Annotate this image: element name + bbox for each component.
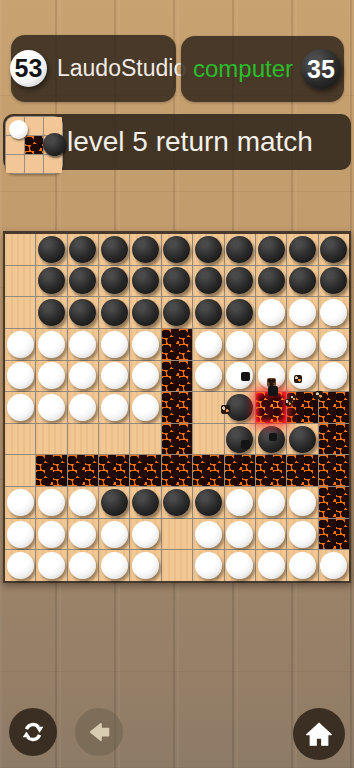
board-cell <box>68 234 98 265</box>
board-cell <box>225 424 255 455</box>
board-cell <box>130 519 160 550</box>
board-cell <box>130 550 160 581</box>
black-disc <box>226 236 253 263</box>
black-disc <box>195 236 222 263</box>
board-cell <box>256 297 286 328</box>
board-cell <box>256 519 286 550</box>
board-cell[interactable] <box>162 550 192 581</box>
board-cell <box>68 550 98 581</box>
board-cell <box>68 329 98 360</box>
lava-cell <box>68 455 98 486</box>
white-disc <box>320 362 347 389</box>
black-disc <box>101 299 128 326</box>
board-cell <box>225 361 255 392</box>
white-disc <box>258 489 285 516</box>
white-player-panel: 53 LaudoStudio <box>11 35 176 102</box>
white-disc <box>320 552 347 579</box>
debris-black-square-icon <box>241 372 250 381</box>
lava-cell <box>256 392 286 423</box>
lava-cell <box>162 455 192 486</box>
lava-cell <box>162 361 192 392</box>
board-cell <box>130 392 160 423</box>
white-disc <box>7 394 34 421</box>
mini-white-disc <box>9 120 28 139</box>
mini-black-disc <box>43 133 66 156</box>
mini-cell <box>6 136 24 154</box>
debris-dot-square-icon <box>290 395 296 401</box>
sync-arrows-icon <box>18 717 48 747</box>
white-disc <box>258 299 285 326</box>
white-score: 53 <box>15 54 43 83</box>
lava-cell <box>162 424 192 455</box>
black-disc <box>195 299 222 326</box>
home-button[interactable] <box>293 708 345 760</box>
white-disc <box>101 362 128 389</box>
black-disc <box>132 299 159 326</box>
lava-cell <box>99 455 129 486</box>
white-disc <box>7 331 34 358</box>
lava-cell <box>319 455 349 486</box>
board-cell <box>225 297 255 328</box>
board-cell <box>5 361 35 392</box>
white-disc <box>69 394 96 421</box>
debris-black-square-icon <box>269 433 277 441</box>
mini-lava-cell <box>25 136 43 154</box>
lava-cell <box>319 424 349 455</box>
board-cell <box>256 266 286 297</box>
mini-cell <box>25 155 43 173</box>
board-cell <box>225 519 255 550</box>
white-disc <box>38 331 65 358</box>
white-disc <box>195 331 222 358</box>
black-disc <box>258 236 285 263</box>
board-cell <box>193 234 223 265</box>
board-cell <box>99 487 129 518</box>
lava-cell <box>319 519 349 550</box>
board-cell[interactable] <box>162 519 192 550</box>
black-disc <box>101 267 128 294</box>
white-disc <box>38 552 65 579</box>
board-cell <box>193 297 223 328</box>
black-disc <box>195 489 222 516</box>
board-cell <box>68 297 98 328</box>
board-cell <box>256 234 286 265</box>
board-cell <box>287 329 317 360</box>
white-disc <box>258 331 285 358</box>
lava-cell <box>225 455 255 486</box>
board-cell <box>193 266 223 297</box>
debris-dot-square-icon <box>315 391 323 399</box>
board-cell <box>287 550 317 581</box>
board-cell <box>225 487 255 518</box>
board-cell <box>68 361 98 392</box>
black-disc <box>69 236 96 263</box>
white-disc <box>289 331 316 358</box>
board-cell <box>130 266 160 297</box>
board-cell <box>256 550 286 581</box>
board-cell <box>256 487 286 518</box>
board-cell <box>319 234 349 265</box>
white-player-name: LaudoStudio <box>57 55 186 82</box>
board-cell[interactable] <box>36 424 66 455</box>
black-disc <box>163 299 190 326</box>
board-cell <box>287 487 317 518</box>
black-disc <box>132 236 159 263</box>
black-disc <box>163 236 190 263</box>
board-cell <box>287 234 317 265</box>
game-board <box>3 231 351 583</box>
black-disc <box>226 394 253 421</box>
white-disc <box>7 521 34 548</box>
lava-cell <box>36 455 66 486</box>
mini-board-icon <box>5 116 63 174</box>
black-score: 35 <box>307 55 335 84</box>
white-disc <box>38 394 65 421</box>
board-cell[interactable] <box>68 424 98 455</box>
mini-cell <box>44 155 62 173</box>
lava-cell <box>130 455 160 486</box>
white-disc <box>132 552 159 579</box>
white-disc <box>132 521 159 548</box>
level-banner: level 5 return match <box>3 114 351 170</box>
board-cell[interactable] <box>99 424 129 455</box>
black-player-name: computer <box>193 55 293 83</box>
black-disc <box>38 299 65 326</box>
board-cell <box>36 234 66 265</box>
white-disc <box>258 521 285 548</box>
black-disc <box>69 267 96 294</box>
white-disc <box>132 394 159 421</box>
white-disc <box>69 489 96 516</box>
arrow-left-icon <box>84 717 114 747</box>
board-cell <box>287 424 317 455</box>
lava-cell <box>162 329 192 360</box>
board-cell <box>99 234 129 265</box>
debris-dot-square-icon <box>221 405 230 414</box>
board-cell <box>130 329 160 360</box>
debris-black-square-icon <box>241 440 250 449</box>
white-disc <box>226 331 253 358</box>
board-cell <box>36 361 66 392</box>
board-cell <box>319 266 349 297</box>
white-disc <box>226 521 253 548</box>
black-disc <box>101 489 128 516</box>
board-cell <box>99 550 129 581</box>
black-disc <box>38 236 65 263</box>
board-cell <box>68 487 98 518</box>
white-disc <box>101 552 128 579</box>
board-cell <box>162 234 192 265</box>
restart-button[interactable] <box>9 708 57 756</box>
board-cell <box>5 550 35 581</box>
white-disc <box>195 521 222 548</box>
level-banner-text: level 5 return match <box>67 126 313 158</box>
white-disc <box>195 552 222 579</box>
black-disc <box>258 267 285 294</box>
board-cell <box>193 550 223 581</box>
black-disc <box>163 489 190 516</box>
white-disc <box>101 394 128 421</box>
black-disc <box>132 267 159 294</box>
white-disc <box>289 489 316 516</box>
white-disc <box>289 362 316 389</box>
board-cell <box>99 519 129 550</box>
board-cell <box>287 297 317 328</box>
mini-cell <box>25 117 43 135</box>
board-cell <box>193 329 223 360</box>
lava-cell <box>162 392 192 423</box>
board-cell <box>130 234 160 265</box>
board-cell <box>5 329 35 360</box>
black-disc <box>69 299 96 326</box>
black-disc <box>38 267 65 294</box>
board-cell[interactable] <box>5 234 35 265</box>
board-cell <box>68 266 98 297</box>
lava-cell <box>193 455 223 486</box>
board-cell <box>68 392 98 423</box>
board-cell <box>193 519 223 550</box>
white-disc <box>101 331 128 358</box>
white-disc <box>38 362 65 389</box>
board-cell[interactable] <box>193 392 223 423</box>
white-disc <box>289 552 316 579</box>
board-cell[interactable] <box>5 266 35 297</box>
board-cell <box>319 361 349 392</box>
white-disc <box>38 521 65 548</box>
black-disc <box>101 236 128 263</box>
house-icon <box>302 717 336 751</box>
white-disc <box>226 489 253 516</box>
lava-cell <box>256 455 286 486</box>
white-disc <box>69 552 96 579</box>
white-disc <box>226 552 253 579</box>
black-disc <box>289 267 316 294</box>
board-cell <box>287 361 317 392</box>
lava-cell <box>319 487 349 518</box>
white-disc <box>101 521 128 548</box>
white-disc <box>195 362 222 389</box>
white-disc <box>132 331 159 358</box>
white-disc <box>69 521 96 548</box>
black-disc <box>289 426 316 453</box>
board-cell <box>162 487 192 518</box>
board-cell <box>99 361 129 392</box>
black-disc <box>226 299 253 326</box>
board-cell <box>319 297 349 328</box>
board-cell <box>36 392 66 423</box>
white-disc <box>289 299 316 326</box>
board-cell[interactable] <box>5 455 35 486</box>
board-cell <box>36 550 66 581</box>
board-cell <box>36 297 66 328</box>
board-cell <box>287 519 317 550</box>
board-cell <box>130 297 160 328</box>
black-disc <box>320 267 347 294</box>
board-cell <box>5 519 35 550</box>
board-cell <box>225 266 255 297</box>
debris-black-square-icon <box>268 386 278 396</box>
black-score-disc: 35 <box>301 49 341 89</box>
board-cell <box>36 487 66 518</box>
board-cell <box>319 329 349 360</box>
board-cell <box>193 361 223 392</box>
board-cell <box>36 519 66 550</box>
white-disc <box>258 552 285 579</box>
white-disc <box>320 331 347 358</box>
white-disc <box>7 362 34 389</box>
black-disc <box>132 489 159 516</box>
black-disc <box>195 267 222 294</box>
lava-cell <box>287 455 317 486</box>
board-cell <box>225 234 255 265</box>
board-cell <box>193 487 223 518</box>
white-disc <box>7 552 34 579</box>
board-cell <box>5 392 35 423</box>
white-disc <box>289 521 316 548</box>
board-cell <box>225 329 255 360</box>
white-disc <box>7 489 34 516</box>
board-cell <box>162 297 192 328</box>
board-cell <box>36 266 66 297</box>
white-disc <box>69 331 96 358</box>
mini-cell <box>6 155 24 173</box>
board-cell <box>225 550 255 581</box>
board-cell[interactable] <box>193 424 223 455</box>
debris-dot-square-icon <box>294 375 302 383</box>
board-cell <box>130 361 160 392</box>
lava-cell <box>319 392 349 423</box>
board-cell <box>256 329 286 360</box>
board-cell <box>99 329 129 360</box>
black-player-panel: computer 35 <box>181 36 344 102</box>
black-disc <box>163 267 190 294</box>
white-disc <box>320 299 347 326</box>
white-disc <box>69 362 96 389</box>
black-disc <box>226 267 253 294</box>
undo-button[interactable] <box>75 708 123 756</box>
board-cell <box>5 487 35 518</box>
board-cell <box>68 519 98 550</box>
app-screen: { "game": "othello-reversi-variant-with-… <box>0 0 354 768</box>
board-cell[interactable] <box>5 424 35 455</box>
white-disc <box>132 362 159 389</box>
board-cell[interactable] <box>5 297 35 328</box>
black-disc <box>320 236 347 263</box>
board-cell[interactable] <box>130 424 160 455</box>
board-cell <box>99 266 129 297</box>
board-cell <box>99 392 129 423</box>
white-score-disc: 53 <box>10 50 47 87</box>
board-cell <box>130 487 160 518</box>
board-cell <box>162 266 192 297</box>
board-cell <box>319 550 349 581</box>
board-cell <box>287 266 317 297</box>
black-disc <box>289 236 316 263</box>
white-disc <box>38 489 65 516</box>
board-cell <box>99 297 129 328</box>
board-cell <box>36 329 66 360</box>
